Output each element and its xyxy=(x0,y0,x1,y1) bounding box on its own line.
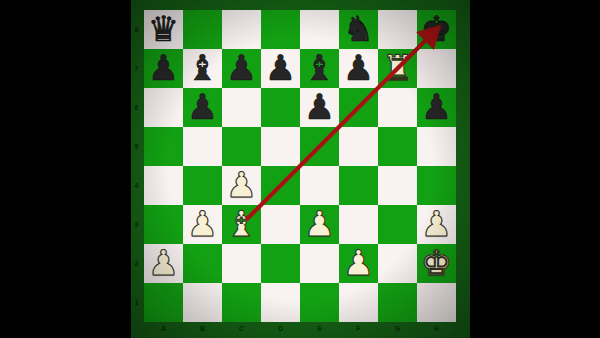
square-a7: ♟ xyxy=(144,49,183,88)
piece-bP-c7: ♟ xyxy=(226,49,257,88)
square-g7: ♜ xyxy=(378,49,417,88)
square-d3 xyxy=(261,205,300,244)
piece-bP-h6: ♟ xyxy=(421,88,452,127)
piece-bP-d7: ♟ xyxy=(265,49,296,88)
square-d7: ♟ xyxy=(261,49,300,88)
square-g1 xyxy=(378,283,417,322)
square-c4: ♟ xyxy=(222,166,261,205)
file-label-A: A xyxy=(144,325,183,332)
square-h7 xyxy=(417,49,456,88)
square-a1 xyxy=(144,283,183,322)
square-b2 xyxy=(183,244,222,283)
square-h6: ♟ xyxy=(417,88,456,127)
square-f8: ♞ xyxy=(339,10,378,49)
square-c6 xyxy=(222,88,261,127)
square-b4 xyxy=(183,166,222,205)
square-g5 xyxy=(378,127,417,166)
rank-label-5: 5 xyxy=(131,127,142,166)
square-e4 xyxy=(300,166,339,205)
square-d2 xyxy=(261,244,300,283)
piece-wP-a2: ♟ xyxy=(148,244,179,283)
square-h8: ♚ xyxy=(417,10,456,49)
square-g6 xyxy=(378,88,417,127)
piece-wK-h2: ♚ xyxy=(421,244,452,283)
square-f1 xyxy=(339,283,378,322)
rank-label-8: 8 xyxy=(131,10,142,49)
rank-label-6: 6 xyxy=(131,88,142,127)
rank-label-1: 1 xyxy=(131,283,142,322)
square-e6: ♟ xyxy=(300,88,339,127)
square-e2 xyxy=(300,244,339,283)
piece-bP-f7: ♟ xyxy=(343,49,374,88)
square-f4 xyxy=(339,166,378,205)
square-b6: ♟ xyxy=(183,88,222,127)
file-labels: ABCDEFGH xyxy=(144,322,456,338)
file-label-H: H xyxy=(417,325,456,332)
square-g2 xyxy=(378,244,417,283)
rank-label-4: 4 xyxy=(131,166,142,205)
square-b7: ♝ xyxy=(183,49,222,88)
piece-wP-c4: ♟ xyxy=(226,166,257,205)
piece-wP-e3: ♟ xyxy=(304,205,335,244)
square-d4 xyxy=(261,166,300,205)
square-f6 xyxy=(339,88,378,127)
square-a8: ♛ xyxy=(144,10,183,49)
file-label-E: E xyxy=(300,325,339,332)
square-b1 xyxy=(183,283,222,322)
square-e5 xyxy=(300,127,339,166)
square-e1 xyxy=(300,283,339,322)
square-d8 xyxy=(261,10,300,49)
square-d1 xyxy=(261,283,300,322)
file-label-C: C xyxy=(222,325,261,332)
rank-labels: 87654321 xyxy=(131,10,144,322)
square-h5 xyxy=(417,127,456,166)
piece-bN-f8: ♞ xyxy=(343,10,374,49)
square-h1 xyxy=(417,283,456,322)
square-a2: ♟ xyxy=(144,244,183,283)
piece-bP-e6: ♟ xyxy=(304,88,335,127)
piece-bB-b7: ♝ xyxy=(187,49,218,88)
file-label-D: D xyxy=(261,325,300,332)
square-a6 xyxy=(144,88,183,127)
square-c1 xyxy=(222,283,261,322)
piece-bB-e7: ♝ xyxy=(304,49,335,88)
square-h3: ♟ xyxy=(417,205,456,244)
chess-board: ♛♞♚♟♝♟♟♝♟♜♟♟♟♟♟♝♟♟♟♟♚ xyxy=(144,10,456,322)
rank-label-7: 7 xyxy=(131,49,142,88)
piece-bP-b6: ♟ xyxy=(187,88,218,127)
square-f5 xyxy=(339,127,378,166)
square-g3 xyxy=(378,205,417,244)
square-f2: ♟ xyxy=(339,244,378,283)
square-e7: ♝ xyxy=(300,49,339,88)
square-c8 xyxy=(222,10,261,49)
square-e8 xyxy=(300,10,339,49)
rank-label-3: 3 xyxy=(131,205,142,244)
piece-wP-h3: ♟ xyxy=(421,205,452,244)
square-a3 xyxy=(144,205,183,244)
piece-wB-c3: ♝ xyxy=(226,205,257,244)
square-h2: ♚ xyxy=(417,244,456,283)
square-g4 xyxy=(378,166,417,205)
square-b5 xyxy=(183,127,222,166)
square-e3: ♟ xyxy=(300,205,339,244)
square-f3 xyxy=(339,205,378,244)
square-c3: ♝ xyxy=(222,205,261,244)
square-d5 xyxy=(261,127,300,166)
rank-label-2: 2 xyxy=(131,244,142,283)
square-d6 xyxy=(261,88,300,127)
chess-video-frame: 87654321 ♛♞♚♟♝♟♟♝♟♜♟♟♟♟♟♝♟♟♟♟♚ ABCDEFGH xyxy=(131,0,470,338)
square-c5 xyxy=(222,127,261,166)
file-label-B: B xyxy=(183,325,222,332)
piece-bQ-a8: ♛ xyxy=(148,10,179,49)
square-b3: ♟ xyxy=(183,205,222,244)
file-label-F: F xyxy=(339,325,378,332)
square-c2 xyxy=(222,244,261,283)
piece-wP-f2: ♟ xyxy=(343,244,374,283)
square-h4 xyxy=(417,166,456,205)
piece-bP-a7: ♟ xyxy=(148,49,179,88)
square-b8 xyxy=(183,10,222,49)
square-a5 xyxy=(144,127,183,166)
square-c7: ♟ xyxy=(222,49,261,88)
piece-wR-g7: ♜ xyxy=(382,49,413,88)
square-f7: ♟ xyxy=(339,49,378,88)
file-label-G: G xyxy=(378,325,417,332)
square-a4 xyxy=(144,166,183,205)
piece-wP-b3: ♟ xyxy=(187,205,218,244)
piece-bK-h8: ♚ xyxy=(421,10,452,49)
square-g8 xyxy=(378,10,417,49)
